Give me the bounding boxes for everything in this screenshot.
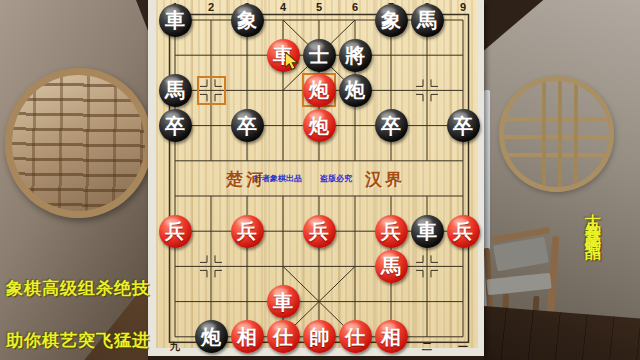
piece-red[interactable]: 兵 [231, 215, 264, 248]
piece-black[interactable]: 象 [231, 4, 264, 37]
piece-black[interactable]: 車 [411, 215, 444, 248]
piece-red[interactable]: 兵 [159, 215, 192, 248]
piece-red[interactable]: 相 [375, 320, 408, 353]
medallion-bar [574, 78, 578, 190]
left-banner-line1: 象棋高级组杀绝技 [6, 277, 150, 300]
file-label-top: 5 [310, 1, 328, 13]
mouse-cursor [285, 52, 300, 76]
piece-black[interactable]: 將 [339, 39, 372, 72]
medallion-bar [558, 78, 562, 190]
piece-red[interactable]: 仕 [267, 320, 300, 353]
piece-red[interactable]: 炮 [303, 109, 336, 142]
medallion-bar [542, 78, 546, 190]
piece-red[interactable]: 兵 [375, 215, 408, 248]
piece-black[interactable]: 馬 [411, 4, 444, 37]
file-label-top: 9 [454, 1, 472, 13]
left-banner-line2: 助你棋艺突飞猛进 [6, 329, 150, 352]
file-label-bottom: 九 [166, 340, 184, 354]
piece-red[interactable]: 兵 [303, 215, 336, 248]
piece-black[interactable]: 馬 [159, 74, 192, 107]
piece-black[interactable]: 卒 [231, 109, 264, 142]
piece-black[interactable]: 卒 [159, 109, 192, 142]
right-banner-vertical: 古人智慧的结晶 [582, 201, 603, 236]
medallion-bar [501, 117, 612, 121]
river-right-text: 汉界 [365, 168, 405, 191]
piece-red[interactable]: 炮 [303, 74, 336, 107]
xiangqi-board[interactable]: 楚河 行者象棋出品 盗版必究 汉界 123456789 九八七六五四三二一 車象… [148, 0, 484, 356]
piece-black[interactable]: 炮 [339, 74, 372, 107]
river-watermark-right: 盗版必究 [320, 173, 352, 184]
file-label-bottom: 二 [418, 340, 436, 354]
piece-black[interactable]: 卒 [375, 109, 408, 142]
piece-red[interactable]: 馬 [375, 250, 408, 283]
piece-black[interactable]: 士 [303, 39, 336, 72]
file-label-bottom: 一 [454, 340, 472, 354]
medallion-bar [501, 135, 612, 139]
piece-black[interactable]: 卒 [447, 109, 480, 142]
piece-red[interactable]: 帥 [303, 320, 336, 353]
piece-red[interactable]: 仕 [339, 320, 372, 353]
board-shadow [148, 356, 484, 360]
file-label-top: 4 [274, 1, 292, 13]
medallion-bar [501, 153, 612, 157]
video-frame: 楚河 行者象棋出品 盗版必究 汉界 123456789 九八七六五四三二一 車象… [0, 0, 640, 360]
piece-red[interactable]: 相 [231, 320, 264, 353]
piece-black[interactable]: 車 [159, 4, 192, 37]
river-watermark-left: 行者象棋出品 [254, 173, 302, 184]
piece-black[interactable]: 炮 [195, 320, 228, 353]
piece-black[interactable]: 象 [375, 4, 408, 37]
piece-red[interactable]: 車 [267, 285, 300, 318]
piece-red[interactable]: 兵 [447, 215, 480, 248]
wall-medallion [499, 76, 614, 192]
file-label-top: 2 [202, 1, 220, 13]
file-label-top: 6 [346, 1, 364, 13]
move-from-marker [197, 76, 226, 105]
